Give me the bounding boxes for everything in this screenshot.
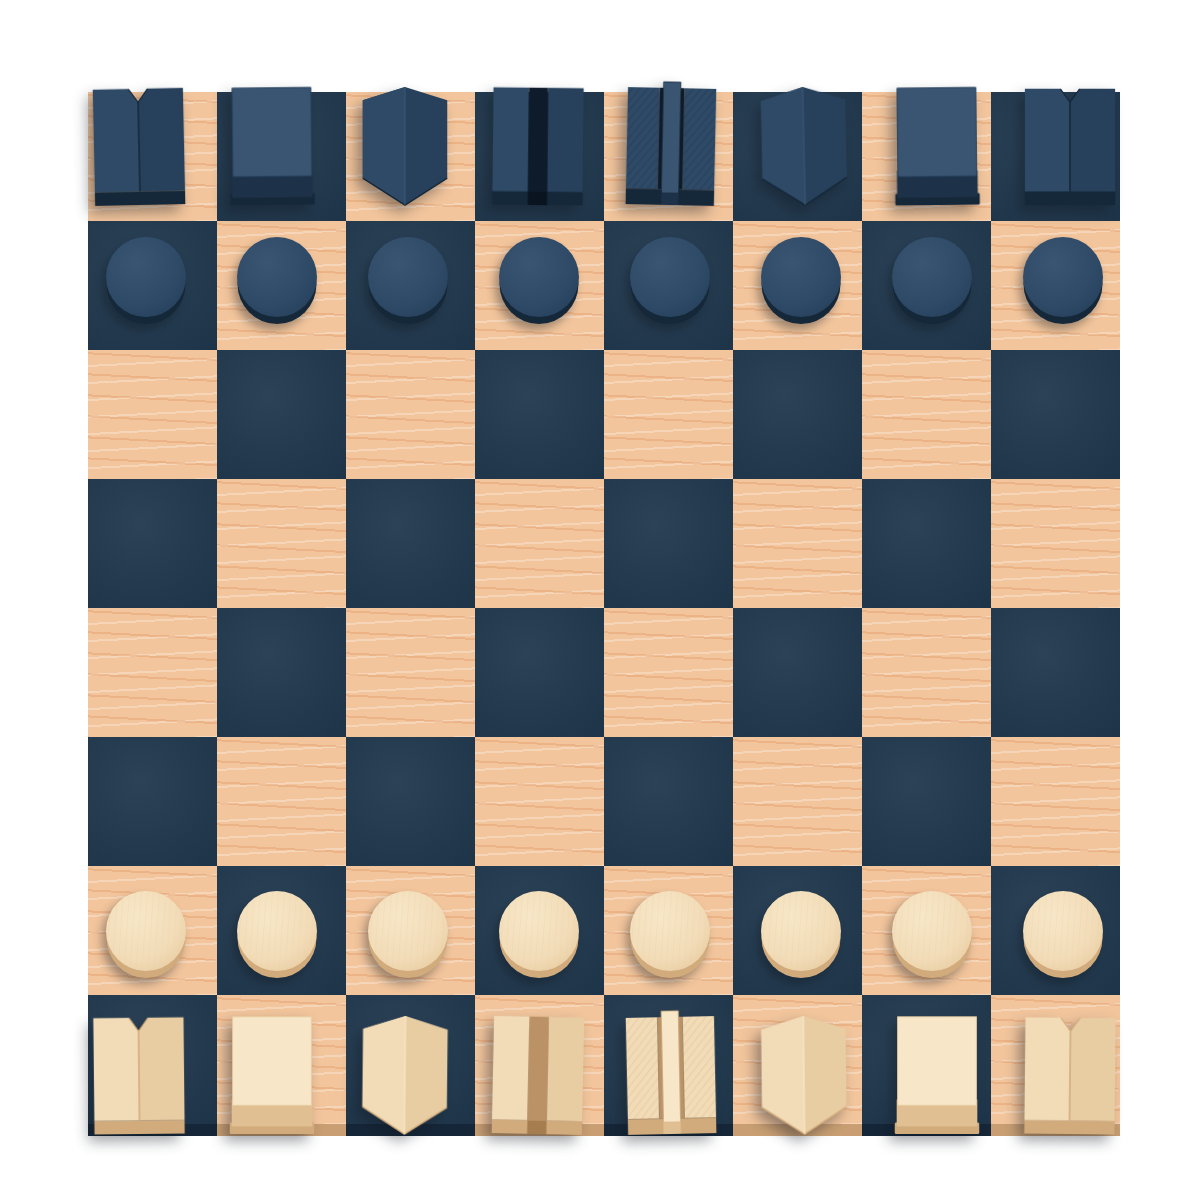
square-a5[interactable] [88,479,217,608]
black-pawn-d7[interactable] [499,237,579,325]
white-pawn-a2[interactable] [106,891,186,979]
square-f4[interactable] [733,608,862,737]
square-g3[interactable] [862,737,991,866]
square-h5[interactable] [991,479,1120,608]
square-h4[interactable] [991,608,1120,737]
square-c3[interactable] [346,737,475,866]
square-h6[interactable] [991,350,1120,479]
square-f5[interactable] [733,479,862,608]
white-pawn-c2[interactable] [368,891,448,979]
square-a6[interactable] [88,350,217,479]
black-knight-g8[interactable] [888,84,985,208]
white-pawn-h2[interactable] [1023,891,1103,979]
square-d5[interactable] [475,479,604,608]
square-d3[interactable] [475,737,604,866]
square-d6[interactable] [475,350,604,479]
white-pawn-e2[interactable] [630,891,710,979]
black-bishop-c8[interactable] [357,84,453,207]
black-pawn-c7[interactable] [368,237,448,325]
white-bishop-c1[interactable] [356,1013,453,1137]
square-e4[interactable] [604,608,733,737]
square-e6[interactable] [604,350,733,479]
square-f3[interactable] [733,737,862,866]
square-c4[interactable] [346,608,475,737]
black-queen-d8[interactable] [489,84,586,208]
white-pawn-f2[interactable] [761,891,841,979]
white-bishop-f1[interactable] [755,1013,852,1137]
black-bishop-f8[interactable] [755,83,854,208]
square-h3[interactable] [991,737,1120,866]
white-knight-g1[interactable] [889,1013,985,1136]
black-king-e8[interactable] [622,79,721,208]
square-d4[interactable] [475,608,604,737]
square-b4[interactable] [217,608,346,737]
white-pawn-g2[interactable] [892,891,972,979]
white-rook-a1[interactable] [90,1013,187,1137]
black-pawn-h7[interactable] [1023,237,1103,325]
square-a3[interactable] [88,737,217,866]
black-pawn-g7[interactable] [892,237,972,325]
square-b6[interactable] [217,350,346,479]
square-e3[interactable] [604,737,733,866]
black-pawn-a7[interactable] [106,237,186,325]
square-f6[interactable] [733,350,862,479]
square-c5[interactable] [346,479,475,608]
black-pawn-f7[interactable] [761,237,841,325]
black-pawn-e7[interactable] [630,237,710,325]
white-pawn-d2[interactable] [499,891,579,979]
black-pawn-b7[interactable] [237,237,317,325]
white-pawn-b2[interactable] [237,891,317,979]
square-a4[interactable] [88,608,217,737]
chessboard-photo [0,0,1200,1200]
white-knight-b1[interactable] [224,1013,320,1136]
white-queen-d1[interactable] [489,1012,588,1137]
square-g4[interactable] [862,608,991,737]
black-rook-h8[interactable] [1022,84,1118,207]
black-rook-a8[interactable] [90,83,189,208]
square-b3[interactable] [217,737,346,866]
square-g5[interactable] [862,479,991,608]
white-king-e1[interactable] [622,1008,721,1137]
square-e5[interactable] [604,479,733,608]
black-knight-b8[interactable] [223,84,320,208]
square-b5[interactable] [217,479,346,608]
square-g6[interactable] [862,350,991,479]
square-c6[interactable] [346,350,475,479]
white-rook-h1[interactable] [1021,1013,1118,1137]
